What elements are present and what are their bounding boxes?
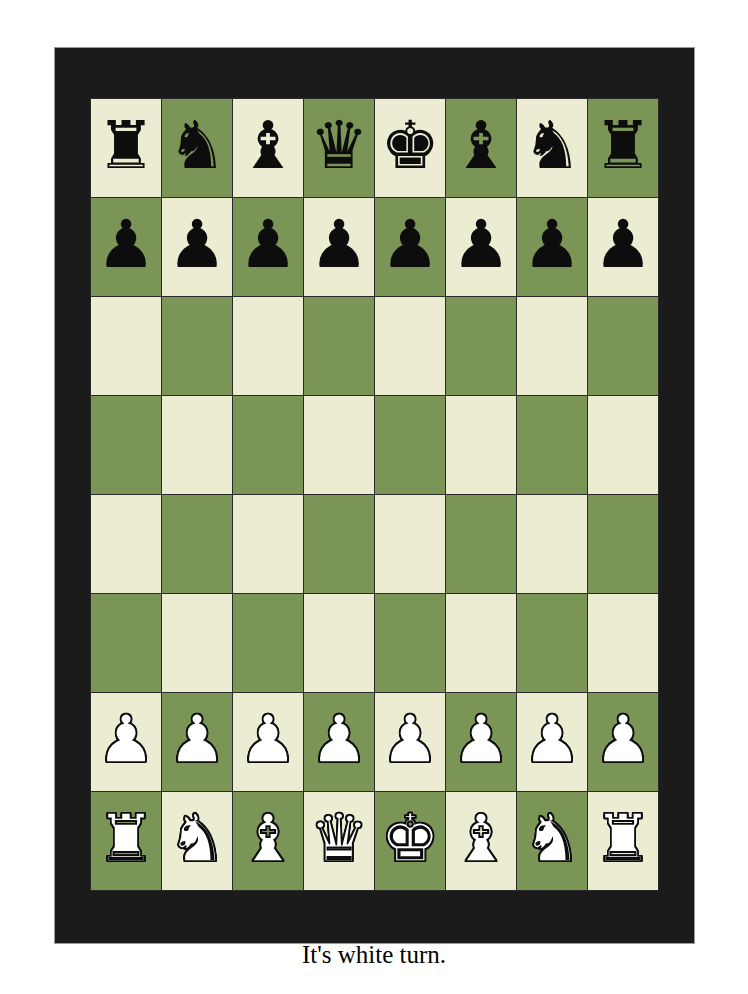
square-h8[interactable]: ♜ xyxy=(588,99,658,197)
square-c5[interactable] xyxy=(233,396,303,494)
square-e4[interactable] xyxy=(375,495,445,593)
square-h4[interactable] xyxy=(588,495,658,593)
white-bishop: ♝ xyxy=(238,806,297,872)
white-knight: ♞ xyxy=(167,806,226,872)
square-b8[interactable]: ♞ xyxy=(162,99,232,197)
white-knight: ♞ xyxy=(522,806,581,872)
square-a1[interactable]: ♜ xyxy=(91,792,161,890)
square-d1[interactable]: ♛ xyxy=(304,792,374,890)
square-d5[interactable] xyxy=(304,396,374,494)
square-d7[interactable]: ♟ xyxy=(304,198,374,296)
white-rook: ♜ xyxy=(593,806,652,872)
black-pawn: ♟ xyxy=(238,212,297,278)
square-d8[interactable]: ♛ xyxy=(304,99,374,197)
page: ♜♞♝♛♚♝♞♜♟♟♟♟♟♟♟♟♟♟♟♟♟♟♟♟♜♞♝♛♚♝♞♜ It's wh… xyxy=(0,0,748,994)
square-f5[interactable] xyxy=(446,396,516,494)
square-e2[interactable]: ♟ xyxy=(375,693,445,791)
square-g7[interactable]: ♟ xyxy=(517,198,587,296)
square-a8[interactable]: ♜ xyxy=(91,99,161,197)
square-f1[interactable]: ♝ xyxy=(446,792,516,890)
square-e6[interactable] xyxy=(375,297,445,395)
square-h2[interactable]: ♟ xyxy=(588,693,658,791)
square-b5[interactable] xyxy=(162,396,232,494)
board-frame: ♜♞♝♛♚♝♞♜♟♟♟♟♟♟♟♟♟♟♟♟♟♟♟♟♜♞♝♛♚♝♞♜ xyxy=(55,48,694,943)
square-a6[interactable] xyxy=(91,297,161,395)
black-king: ♚ xyxy=(380,113,439,179)
white-pawn: ♟ xyxy=(96,707,155,773)
square-f7[interactable]: ♟ xyxy=(446,198,516,296)
square-b6[interactable] xyxy=(162,297,232,395)
square-f3[interactable] xyxy=(446,594,516,692)
square-c1[interactable]: ♝ xyxy=(233,792,303,890)
square-f8[interactable]: ♝ xyxy=(446,99,516,197)
square-c7[interactable]: ♟ xyxy=(233,198,303,296)
white-pawn: ♟ xyxy=(451,707,510,773)
square-a5[interactable] xyxy=(91,396,161,494)
square-e8[interactable]: ♚ xyxy=(375,99,445,197)
chess-board: ♜♞♝♛♚♝♞♜♟♟♟♟♟♟♟♟♟♟♟♟♟♟♟♟♜♞♝♛♚♝♞♜ xyxy=(90,98,659,891)
white-pawn: ♟ xyxy=(522,707,581,773)
black-rook: ♜ xyxy=(593,113,652,179)
square-e1[interactable]: ♚ xyxy=(375,792,445,890)
square-b7[interactable]: ♟ xyxy=(162,198,232,296)
square-d6[interactable] xyxy=(304,297,374,395)
square-h5[interactable] xyxy=(588,396,658,494)
square-e3[interactable] xyxy=(375,594,445,692)
black-bishop: ♝ xyxy=(451,113,510,179)
square-e7[interactable]: ♟ xyxy=(375,198,445,296)
white-pawn: ♟ xyxy=(380,707,439,773)
black-pawn: ♟ xyxy=(380,212,439,278)
square-d2[interactable]: ♟ xyxy=(304,693,374,791)
white-pawn: ♟ xyxy=(309,707,368,773)
black-pawn: ♟ xyxy=(309,212,368,278)
square-a2[interactable]: ♟ xyxy=(91,693,161,791)
black-knight: ♞ xyxy=(167,113,226,179)
square-f4[interactable] xyxy=(446,495,516,593)
square-f2[interactable]: ♟ xyxy=(446,693,516,791)
white-rook: ♜ xyxy=(96,806,155,872)
black-pawn: ♟ xyxy=(96,212,155,278)
black-pawn: ♟ xyxy=(593,212,652,278)
black-pawn: ♟ xyxy=(522,212,581,278)
white-pawn: ♟ xyxy=(238,707,297,773)
square-g2[interactable]: ♟ xyxy=(517,693,587,791)
white-pawn: ♟ xyxy=(167,707,226,773)
square-b4[interactable] xyxy=(162,495,232,593)
square-g6[interactable] xyxy=(517,297,587,395)
black-queen: ♛ xyxy=(309,113,368,179)
square-g4[interactable] xyxy=(517,495,587,593)
black-pawn: ♟ xyxy=(451,212,510,278)
black-pawn: ♟ xyxy=(167,212,226,278)
square-d4[interactable] xyxy=(304,495,374,593)
square-g5[interactable] xyxy=(517,396,587,494)
black-bishop: ♝ xyxy=(238,113,297,179)
square-h7[interactable]: ♟ xyxy=(588,198,658,296)
square-a7[interactable]: ♟ xyxy=(91,198,161,296)
square-c4[interactable] xyxy=(233,495,303,593)
square-b3[interactable] xyxy=(162,594,232,692)
square-a3[interactable] xyxy=(91,594,161,692)
black-knight: ♞ xyxy=(522,113,581,179)
square-c6[interactable] xyxy=(233,297,303,395)
square-c8[interactable]: ♝ xyxy=(233,99,303,197)
square-b2[interactable]: ♟ xyxy=(162,693,232,791)
black-rook: ♜ xyxy=(96,113,155,179)
square-e5[interactable] xyxy=(375,396,445,494)
square-g1[interactable]: ♞ xyxy=(517,792,587,890)
turn-status: It's white turn. xyxy=(0,941,748,969)
square-c2[interactable]: ♟ xyxy=(233,693,303,791)
square-b1[interactable]: ♞ xyxy=(162,792,232,890)
square-g3[interactable] xyxy=(517,594,587,692)
square-f6[interactable] xyxy=(446,297,516,395)
white-pawn: ♟ xyxy=(593,707,652,773)
square-d3[interactable] xyxy=(304,594,374,692)
white-bishop: ♝ xyxy=(451,806,510,872)
square-g8[interactable]: ♞ xyxy=(517,99,587,197)
square-c3[interactable] xyxy=(233,594,303,692)
square-a4[interactable] xyxy=(91,495,161,593)
square-h3[interactable] xyxy=(588,594,658,692)
square-h1[interactable]: ♜ xyxy=(588,792,658,890)
white-queen: ♛ xyxy=(309,806,368,872)
white-king: ♚ xyxy=(380,806,439,872)
square-h6[interactable] xyxy=(588,297,658,395)
